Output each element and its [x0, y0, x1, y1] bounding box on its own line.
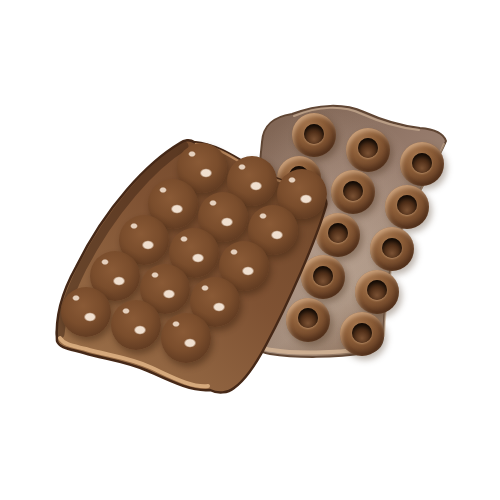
dome-cavity	[111, 300, 161, 350]
front-tray-dome-layer	[0, 0, 500, 500]
product-photo-stage	[0, 0, 500, 500]
dome-cavity	[61, 287, 111, 337]
dome-cavity	[161, 313, 211, 363]
